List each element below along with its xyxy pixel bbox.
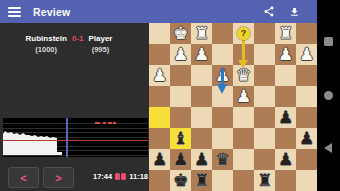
square-a6[interactable]: ♟ bbox=[296, 128, 317, 149]
menu-icon[interactable] bbox=[8, 5, 21, 19]
square-g5[interactable] bbox=[170, 107, 191, 128]
square-c1[interactable] bbox=[254, 23, 275, 44]
evaluation-graph[interactable] bbox=[3, 118, 148, 157]
black-bishop[interactable]: ♝ bbox=[170, 128, 191, 149]
square-h8[interactable] bbox=[149, 170, 170, 191]
square-h5[interactable] bbox=[149, 107, 170, 128]
square-b3[interactable] bbox=[275, 65, 296, 86]
mistake-mark bbox=[103, 122, 106, 124]
square-h3[interactable]: ♟ bbox=[149, 65, 170, 86]
black-clock: 11:18 bbox=[129, 172, 148, 181]
square-f3[interactable] bbox=[191, 65, 212, 86]
share-icon[interactable] bbox=[263, 5, 275, 18]
square-f5[interactable] bbox=[191, 107, 212, 128]
square-b4[interactable] bbox=[275, 86, 296, 107]
previous-move-button[interactable]: < bbox=[8, 167, 39, 188]
white-player-name: Rubinstein bbox=[26, 34, 67, 43]
black-pawn[interactable]: ♟ bbox=[149, 149, 170, 170]
square-h7[interactable]: ♟ bbox=[149, 149, 170, 170]
square-g4[interactable] bbox=[170, 86, 191, 107]
square-g1[interactable]: ♚ bbox=[170, 23, 191, 44]
square-e8[interactable] bbox=[212, 170, 233, 191]
square-f6[interactable] bbox=[191, 128, 212, 149]
square-e5[interactable] bbox=[212, 107, 233, 128]
square-e3[interactable]: ♟ bbox=[212, 65, 233, 86]
android-nav-bar bbox=[317, 0, 340, 191]
white-pawn[interactable]: ♟ bbox=[296, 44, 317, 65]
white-pawn[interactable]: ♟ bbox=[170, 44, 191, 65]
square-c3[interactable] bbox=[254, 65, 275, 86]
chess-board[interactable]: ♚♜♜♟♟♟♟♟♟♛♟♟♝♟♟♟♟♛♟♚♜♜ bbox=[149, 23, 317, 191]
white-pawn[interactable]: ♟ bbox=[233, 86, 254, 107]
white-rook[interactable]: ♜ bbox=[275, 23, 296, 44]
square-c5[interactable] bbox=[254, 107, 275, 128]
black-pawn[interactable]: ♟ bbox=[275, 107, 296, 128]
graph-gridline bbox=[3, 128, 148, 129]
square-b1[interactable]: ♜ bbox=[275, 23, 296, 44]
square-g6[interactable]: ♝ bbox=[170, 128, 191, 149]
next-move-button[interactable]: > bbox=[43, 167, 74, 188]
graph-gridline bbox=[3, 132, 148, 133]
square-d1[interactable] bbox=[233, 23, 254, 44]
square-a8[interactable] bbox=[296, 170, 317, 191]
square-d6[interactable] bbox=[233, 128, 254, 149]
black-king[interactable]: ♚ bbox=[170, 170, 191, 191]
white-pawn[interactable]: ♟ bbox=[275, 44, 296, 65]
white-pawn[interactable]: ♟ bbox=[191, 44, 212, 65]
square-c4[interactable] bbox=[254, 86, 275, 107]
square-c7[interactable] bbox=[254, 149, 275, 170]
square-a3[interactable] bbox=[296, 65, 317, 86]
square-d7[interactable] bbox=[233, 149, 254, 170]
square-d4[interactable]: ♟ bbox=[233, 86, 254, 107]
square-b5[interactable]: ♟ bbox=[275, 107, 296, 128]
black-pawn[interactable]: ♟ bbox=[170, 149, 191, 170]
square-a2[interactable]: ♟ bbox=[296, 44, 317, 65]
square-a5[interactable] bbox=[296, 107, 317, 128]
square-g2[interactable]: ♟ bbox=[170, 44, 191, 65]
white-rook[interactable]: ♜ bbox=[191, 23, 212, 44]
square-b2[interactable]: ♟ bbox=[275, 44, 296, 65]
square-f4[interactable] bbox=[191, 86, 212, 107]
page-title: Review bbox=[33, 6, 70, 18]
square-d8[interactable] bbox=[233, 170, 254, 191]
square-f8[interactable]: ♜ bbox=[191, 170, 212, 191]
square-e6[interactable] bbox=[212, 128, 233, 149]
square-f7[interactable]: ♟ bbox=[191, 149, 212, 170]
black-pawn[interactable]: ♟ bbox=[275, 149, 296, 170]
game-header: Rubinstein (1000) 0-1 Player (995) bbox=[0, 34, 138, 54]
game-result: 0-1 bbox=[72, 34, 84, 54]
square-d3[interactable]: ♛ bbox=[233, 65, 254, 86]
square-e7[interactable]: ♛ bbox=[212, 149, 233, 170]
square-f2[interactable]: ♟ bbox=[191, 44, 212, 65]
square-h2[interactable] bbox=[149, 44, 170, 65]
home-icon[interactable] bbox=[324, 91, 333, 100]
white-player-rating: (1000) bbox=[26, 45, 67, 54]
square-f1[interactable]: ♜ bbox=[191, 23, 212, 44]
square-e2[interactable] bbox=[212, 44, 233, 65]
app-bar-actions bbox=[263, 5, 300, 18]
square-e1[interactable] bbox=[212, 23, 233, 44]
mistake-mark bbox=[95, 122, 100, 124]
eval-baseline bbox=[3, 140, 148, 141]
white-player: Rubinstein (1000) bbox=[26, 34, 67, 54]
download-icon[interactable] bbox=[289, 6, 300, 18]
back-icon[interactable] bbox=[324, 143, 332, 153]
graph-gridline bbox=[3, 123, 148, 124]
black-rook[interactable]: ♜ bbox=[191, 170, 212, 191]
white-queen[interactable]: ♛ bbox=[233, 65, 254, 86]
square-a7[interactable] bbox=[296, 149, 317, 170]
white-pawn[interactable]: ♟ bbox=[212, 65, 233, 86]
current-move-cursor[interactable] bbox=[66, 118, 68, 157]
black-player-name: Player bbox=[88, 34, 112, 43]
black-player: Player (995) bbox=[88, 34, 112, 54]
clock-row: 17:44 11:18 bbox=[93, 172, 148, 181]
white-clock: 17:44 bbox=[93, 172, 112, 181]
analysis-panel: Rubinstein (1000) 0-1 Player (995) < > 1… bbox=[0, 23, 149, 191]
black-pawn[interactable]: ♟ bbox=[191, 149, 212, 170]
square-b7[interactable]: ♟ bbox=[275, 149, 296, 170]
square-b8[interactable] bbox=[275, 170, 296, 191]
square-c8[interactable]: ♜ bbox=[254, 170, 275, 191]
black-rook[interactable]: ♜ bbox=[254, 170, 275, 191]
square-g8[interactable]: ♚ bbox=[170, 170, 191, 191]
mistake-mark bbox=[108, 122, 112, 124]
black-pawn[interactable]: ♟ bbox=[296, 128, 317, 149]
square-d2[interactable] bbox=[233, 44, 254, 65]
square-g7[interactable]: ♟ bbox=[170, 149, 191, 170]
square-c6[interactable] bbox=[254, 128, 275, 149]
mistake-mark bbox=[113, 122, 116, 124]
chess-clock-icon bbox=[115, 173, 126, 180]
square-e4[interactable] bbox=[212, 86, 233, 107]
square-a1[interactable] bbox=[296, 23, 317, 44]
white-pawn[interactable]: ♟ bbox=[149, 65, 170, 86]
black-player-rating: (995) bbox=[88, 45, 112, 54]
recents-icon[interactable] bbox=[324, 37, 333, 46]
black-queen[interactable]: ♛ bbox=[212, 149, 233, 170]
square-h6[interactable] bbox=[149, 128, 170, 149]
app-bar: Review bbox=[0, 0, 317, 23]
square-a4[interactable] bbox=[296, 86, 317, 107]
square-d5[interactable] bbox=[233, 107, 254, 128]
square-g3[interactable] bbox=[170, 65, 191, 86]
square-h1[interactable] bbox=[149, 23, 170, 44]
white-king[interactable]: ♚ bbox=[170, 23, 191, 44]
square-h4[interactable] bbox=[149, 86, 170, 107]
square-c2[interactable] bbox=[254, 44, 275, 65]
square-b6[interactable] bbox=[275, 128, 296, 149]
